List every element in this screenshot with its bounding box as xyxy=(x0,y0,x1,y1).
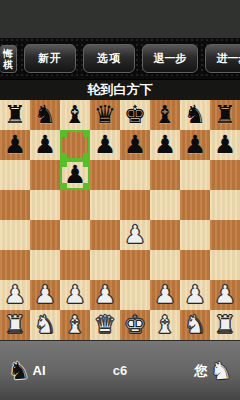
square-f4[interactable] xyxy=(150,220,180,250)
square-c4[interactable] xyxy=(60,220,90,250)
toolbar: 悔棋 新开 选项 退一步 进一步 xyxy=(0,38,240,80)
square-h2[interactable]: ♟ xyxy=(210,280,240,310)
white-bishop: ♝ xyxy=(150,310,180,339)
black-king: ♚ xyxy=(120,100,150,129)
square-f8[interactable]: ♝ xyxy=(150,100,180,130)
square-h4[interactable] xyxy=(210,220,240,250)
white-knight: ♞ xyxy=(180,310,210,339)
white-pawn: ♟ xyxy=(0,280,30,309)
square-h8[interactable]: ♜ xyxy=(210,100,240,130)
square-f6[interactable] xyxy=(150,160,180,190)
square-a6[interactable] xyxy=(0,160,30,190)
square-c2[interactable]: ♟ xyxy=(60,280,90,310)
square-f2[interactable]: ♟ xyxy=(150,280,180,310)
square-c8[interactable]: ♝ xyxy=(60,100,90,130)
black-pawn: ♟ xyxy=(150,130,180,159)
step-forward-button[interactable]: 进一步 xyxy=(205,44,240,73)
square-a8[interactable]: ♜ xyxy=(0,100,30,130)
square-b2[interactable]: ♟ xyxy=(30,280,60,310)
square-a7[interactable]: ♟ xyxy=(0,130,30,160)
black-rook: ♜ xyxy=(0,100,30,129)
black-rook: ♜ xyxy=(210,100,240,129)
square-h5[interactable] xyxy=(210,190,240,220)
options-button[interactable]: 选项 xyxy=(83,44,135,73)
black-bishop: ♝ xyxy=(150,100,180,129)
square-f1[interactable]: ♝ xyxy=(150,310,180,340)
white-pawn: ♟ xyxy=(120,220,150,249)
top-empty-area xyxy=(0,0,240,38)
white-pawn: ♟ xyxy=(150,280,180,309)
square-e2[interactable] xyxy=(120,280,150,310)
square-a1[interactable]: ♜ xyxy=(0,310,30,340)
black-knight: ♞ xyxy=(180,100,210,129)
square-f5[interactable] xyxy=(150,190,180,220)
new-game-button[interactable]: 新开 xyxy=(24,44,76,73)
turn-status-text: 轮到白方下 xyxy=(0,80,240,100)
square-e7[interactable]: ♟ xyxy=(120,130,150,160)
square-h6[interactable] xyxy=(210,160,240,190)
square-c3[interactable] xyxy=(60,250,90,280)
square-e1[interactable]: ♚ xyxy=(120,310,150,340)
you-player: 您 ♞ xyxy=(194,359,232,383)
black-pawn: ♟ xyxy=(210,130,240,159)
square-a5[interactable] xyxy=(0,190,30,220)
square-c7[interactable] xyxy=(60,130,90,160)
square-b5[interactable] xyxy=(30,190,60,220)
square-g7[interactable]: ♟ xyxy=(180,130,210,160)
square-b3[interactable] xyxy=(30,250,60,280)
ai-player: ♞ AI xyxy=(8,359,46,383)
square-e8[interactable]: ♚ xyxy=(120,100,150,130)
ai-label: AI xyxy=(33,363,46,378)
square-b8[interactable]: ♞ xyxy=(30,100,60,130)
white-rook: ♜ xyxy=(0,310,30,339)
square-c6[interactable]: ♟ xyxy=(60,160,90,190)
black-knight-icon: ♞ xyxy=(7,357,31,383)
square-a4[interactable] xyxy=(0,220,30,250)
black-knight: ♞ xyxy=(30,100,60,129)
square-g2[interactable]: ♟ xyxy=(180,280,210,310)
square-g3[interactable] xyxy=(180,250,210,280)
square-h3[interactable] xyxy=(210,250,240,280)
black-pawn: ♟ xyxy=(120,130,150,159)
square-c5[interactable] xyxy=(60,190,90,220)
white-pawn: ♟ xyxy=(180,280,210,309)
square-b1[interactable]: ♞ xyxy=(30,310,60,340)
white-bishop: ♝ xyxy=(60,310,90,339)
square-d3[interactable] xyxy=(90,250,120,280)
black-pawn: ♟ xyxy=(90,130,120,159)
square-g1[interactable]: ♞ xyxy=(180,310,210,340)
square-d2[interactable]: ♟ xyxy=(90,280,120,310)
square-d4[interactable] xyxy=(90,220,120,250)
square-d7[interactable]: ♟ xyxy=(90,130,120,160)
white-knight: ♞ xyxy=(30,310,60,339)
white-pawn: ♟ xyxy=(60,280,90,309)
undo-move-button[interactable]: 悔棋 xyxy=(0,45,17,73)
square-g6[interactable] xyxy=(180,160,210,190)
white-king: ♚ xyxy=(120,310,150,339)
square-g4[interactable] xyxy=(180,220,210,250)
square-g8[interactable]: ♞ xyxy=(180,100,210,130)
square-a2[interactable]: ♟ xyxy=(0,280,30,310)
chess-app-screen: 悔棋 新开 选项 退一步 进一步 轮到白方下 ♜♞♝♛♚♝♞♜♟♟♟♟♟♟♟♟♟… xyxy=(0,0,240,400)
you-label: 您 xyxy=(194,362,207,380)
black-pawn: ♟ xyxy=(0,130,30,159)
square-d6[interactable] xyxy=(90,160,120,190)
square-h7[interactable]: ♟ xyxy=(210,130,240,160)
square-d8[interactable]: ♛ xyxy=(90,100,120,130)
square-a3[interactable] xyxy=(0,250,30,280)
square-b4[interactable] xyxy=(30,220,60,250)
last-move-label: c6 xyxy=(46,363,195,378)
black-pawn: ♟ xyxy=(30,130,60,159)
black-pawn: ♟ xyxy=(60,160,90,189)
white-pawn: ♟ xyxy=(30,280,60,309)
square-b6[interactable] xyxy=(30,160,60,190)
white-pawn: ♟ xyxy=(90,280,120,309)
black-pawn: ♟ xyxy=(180,130,210,159)
white-queen: ♛ xyxy=(90,310,120,339)
chess-board: ♜♞♝♛♚♝♞♜♟♟♟♟♟♟♟♟♟♟♟♟♟♟♟♟♜♞♝♛♚♝♞♜ xyxy=(0,100,240,340)
white-pawn: ♟ xyxy=(210,280,240,309)
step-back-button[interactable]: 退一步 xyxy=(142,44,198,73)
white-rook: ♜ xyxy=(210,310,240,339)
square-d5[interactable] xyxy=(90,190,120,220)
square-e5[interactable] xyxy=(120,190,150,220)
black-queen: ♛ xyxy=(90,100,120,129)
player-bar: ♞ AI c6 您 ♞ xyxy=(0,340,240,400)
square-e6[interactable] xyxy=(120,160,150,190)
square-h1[interactable]: ♜ xyxy=(210,310,240,340)
white-knight-icon: ♞ xyxy=(209,357,233,383)
square-c1[interactable]: ♝ xyxy=(60,310,90,340)
square-f7[interactable]: ♟ xyxy=(150,130,180,160)
square-e3[interactable] xyxy=(120,250,150,280)
black-bishop: ♝ xyxy=(60,100,90,129)
square-e4[interactable]: ♟ xyxy=(120,220,150,250)
square-f3[interactable] xyxy=(150,250,180,280)
square-d1[interactable]: ♛ xyxy=(90,310,120,340)
square-b7[interactable]: ♟ xyxy=(30,130,60,160)
square-g5[interactable] xyxy=(180,190,210,220)
